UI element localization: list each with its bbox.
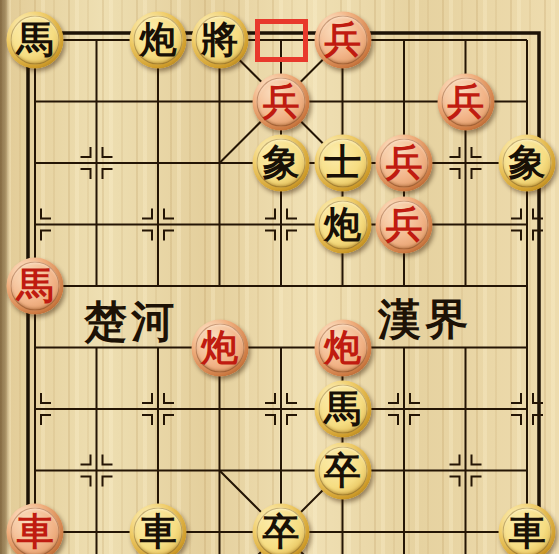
- piece-glyph: 兵: [263, 82, 300, 119]
- piece-black-cannon[interactable]: 炮: [130, 12, 187, 69]
- piece-glyph: 士: [324, 144, 361, 181]
- piece-glyph: 象: [263, 144, 300, 181]
- piece-glyph: 兵: [386, 144, 423, 181]
- piece-glyph: 象: [509, 144, 546, 181]
- piece-glyph: 卒: [324, 451, 361, 488]
- xiangqi-board: 楚河 漢界 馬炮將兵兵兵象士兵象炮兵馬炮炮馬卒車車卒車: [0, 0, 559, 554]
- piece-glyph: 馬: [17, 21, 54, 58]
- piece-glyph: 車: [509, 513, 546, 550]
- piece-black-elephant[interactable]: 象: [253, 135, 310, 192]
- piece-black-general[interactable]: 將: [191, 12, 248, 69]
- piece-black-elephant[interactable]: 象: [499, 135, 556, 192]
- piece-glyph: 馬: [17, 267, 54, 304]
- piece-red-chariot[interactable]: 車: [7, 504, 64, 554]
- piece-glyph: 車: [17, 513, 54, 550]
- piece-red-cannon[interactable]: 炮: [191, 319, 248, 376]
- piece-black-chariot[interactable]: 車: [499, 504, 556, 554]
- piece-glyph: 炮: [324, 328, 361, 365]
- piece-black-chariot[interactable]: 車: [130, 504, 187, 554]
- river-label-left: 楚河: [84, 293, 178, 351]
- piece-glyph: 兵: [386, 205, 423, 242]
- piece-glyph: 炮: [140, 21, 177, 58]
- piece-black-horse[interactable]: 馬: [314, 381, 371, 438]
- piece-glyph: 炮: [324, 205, 361, 242]
- piece-glyph: 炮: [201, 328, 238, 365]
- piece-red-cannon[interactable]: 炮: [314, 319, 371, 376]
- piece-black-soldier[interactable]: 卒: [253, 504, 310, 554]
- piece-red-soldier[interactable]: 兵: [376, 135, 433, 192]
- piece-red-soldier[interactable]: 兵: [437, 73, 494, 130]
- piece-black-advisor[interactable]: 士: [314, 135, 371, 192]
- piece-black-horse[interactable]: 馬: [7, 12, 64, 69]
- piece-black-soldier[interactable]: 卒: [314, 442, 371, 499]
- piece-glyph: 兵: [324, 21, 361, 58]
- river-label-right: 漢界: [378, 291, 472, 349]
- piece-red-soldier[interactable]: 兵: [253, 73, 310, 130]
- piece-glyph: 卒: [263, 513, 300, 550]
- piece-glyph: 車: [140, 513, 177, 550]
- piece-red-soldier[interactable]: 兵: [376, 196, 433, 253]
- piece-glyph: 兵: [447, 82, 484, 119]
- piece-red-horse[interactable]: 馬: [7, 258, 64, 315]
- piece-glyph: 將: [201, 21, 238, 58]
- piece-red-soldier[interactable]: 兵: [314, 12, 371, 69]
- piece-glyph: 馬: [324, 390, 361, 427]
- last-move-highlight: [255, 19, 308, 62]
- piece-black-cannon[interactable]: 炮: [314, 196, 371, 253]
